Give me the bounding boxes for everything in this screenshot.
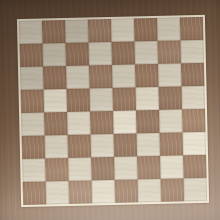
square-b5 <box>44 89 68 113</box>
square-h2 <box>183 155 207 179</box>
square-h6 <box>181 63 205 87</box>
square-a4 <box>21 112 45 136</box>
square-a7 <box>19 44 43 68</box>
square-d3 <box>91 134 115 158</box>
square-d8 <box>88 19 112 43</box>
square-f4 <box>136 110 160 134</box>
square-b1 <box>46 181 70 205</box>
square-a6 <box>20 67 44 91</box>
square-a1 <box>23 181 47 205</box>
playing-area <box>19 17 207 205</box>
square-c1 <box>69 180 93 204</box>
square-e7 <box>111 41 135 65</box>
square-f1 <box>138 179 162 203</box>
square-b2 <box>45 158 69 182</box>
square-h1 <box>184 178 208 202</box>
square-c2 <box>68 157 92 181</box>
square-g1 <box>161 178 185 202</box>
square-h5 <box>181 86 205 110</box>
square-e4 <box>113 110 137 134</box>
square-e5 <box>113 87 137 111</box>
square-g8 <box>157 17 181 41</box>
photo-background <box>0 0 220 220</box>
square-b7 <box>42 43 66 67</box>
square-d6 <box>89 65 113 89</box>
square-f7 <box>134 41 158 65</box>
square-e2 <box>114 156 138 180</box>
square-d7 <box>88 42 112 66</box>
square-g7 <box>157 40 181 64</box>
square-g3 <box>160 132 184 156</box>
square-b4 <box>44 112 68 136</box>
square-h8 <box>180 17 204 41</box>
square-f6 <box>135 64 159 88</box>
board-inlay-line <box>17 15 209 207</box>
square-g6 <box>158 63 182 87</box>
square-h4 <box>182 109 206 133</box>
square-c8 <box>65 19 89 43</box>
square-b6 <box>43 66 67 90</box>
square-d4 <box>90 111 114 135</box>
square-f5 <box>135 87 159 111</box>
square-f3 <box>137 133 161 157</box>
square-a8 <box>19 21 43 45</box>
square-g2 <box>160 155 184 179</box>
square-d5 <box>90 88 114 112</box>
chess-board <box>0 0 220 220</box>
square-c7 <box>65 42 89 66</box>
square-d2 <box>91 157 115 181</box>
square-b8 <box>42 20 66 44</box>
square-e8 <box>111 18 135 42</box>
square-a3 <box>22 135 46 159</box>
square-e3 <box>114 133 138 157</box>
square-g5 <box>158 86 182 110</box>
square-c4 <box>67 111 91 135</box>
square-d1 <box>92 180 116 204</box>
square-e1 <box>115 179 139 203</box>
square-c5 <box>67 88 91 112</box>
square-c3 <box>68 134 92 158</box>
square-e6 <box>112 64 136 88</box>
square-f8 <box>134 18 158 42</box>
square-g4 <box>159 109 183 133</box>
square-h3 <box>183 132 207 156</box>
square-h7 <box>180 40 204 64</box>
square-f2 <box>137 156 161 180</box>
square-a5 <box>21 90 45 114</box>
square-b3 <box>45 135 69 159</box>
square-c6 <box>66 65 90 89</box>
square-a2 <box>22 158 46 182</box>
